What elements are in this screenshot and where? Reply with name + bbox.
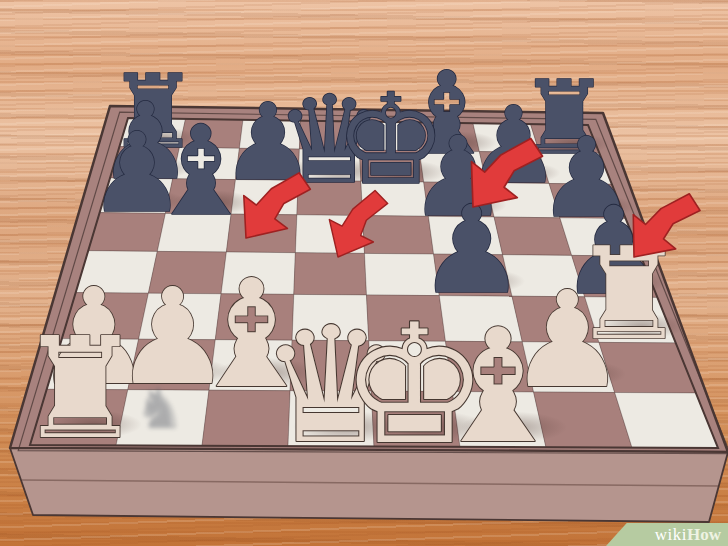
- black-bishop-b6: ♝: [146, 99, 257, 243]
- watermark-wiki: wiki: [655, 523, 687, 546]
- watermark-how: How: [687, 523, 721, 546]
- illustration-canvas: ♞♜♝♜♟♟♛♚♟♟♝♟♟♟♟♜♟♟♝♟♜♛♚♝ wikiHow: [0, 0, 728, 546]
- chessboard-scene: ♞♜♝♜♟♟♛♚♟♟♝♟♟♟♟♜♟♟♝♟♜♛♚♝: [0, 0, 728, 546]
- white-bishop-f1: ♝: [428, 295, 569, 478]
- wikihow-watermark: wikiHow: [606, 523, 728, 546]
- white-rook-a1: ♜: [17, 307, 143, 470]
